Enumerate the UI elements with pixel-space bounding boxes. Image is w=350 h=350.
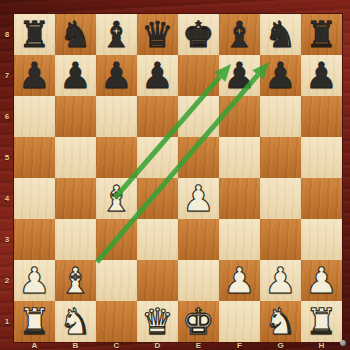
rank-label-5: 5 [0, 137, 14, 178]
square-h4[interactable] [301, 178, 342, 219]
square-b5[interactable] [55, 137, 96, 178]
square-c2[interactable] [96, 260, 137, 301]
piece-black-rook-h8[interactable]: ♜ [301, 14, 342, 55]
piece-black-pawn-d7[interactable]: ♟ [137, 55, 178, 96]
square-f8[interactable]: ♝ [219, 14, 260, 55]
square-d1[interactable]: ♛ [137, 301, 178, 342]
square-a2[interactable]: ♟ [14, 260, 55, 301]
square-h6[interactable] [301, 96, 342, 137]
piece-white-bishop-b2[interactable]: ♝ [55, 260, 96, 301]
square-a4[interactable] [14, 178, 55, 219]
square-f6[interactable] [219, 96, 260, 137]
piece-white-knight-g1[interactable]: ♞ [260, 301, 301, 342]
square-g1[interactable]: ♞ [260, 301, 301, 342]
square-e7[interactable] [178, 55, 219, 96]
piece-black-bishop-f8[interactable]: ♝ [219, 14, 260, 55]
square-a6[interactable] [14, 96, 55, 137]
piece-black-knight-g8[interactable]: ♞ [260, 14, 301, 55]
square-d3[interactable] [137, 219, 178, 260]
square-e1[interactable]: ♚ [178, 301, 219, 342]
piece-white-knight-b1[interactable]: ♞ [55, 301, 96, 342]
square-d6[interactable] [137, 96, 178, 137]
square-e3[interactable] [178, 219, 219, 260]
square-f7[interactable]: ♟ [219, 55, 260, 96]
square-b1[interactable]: ♞ [55, 301, 96, 342]
square-e5[interactable] [178, 137, 219, 178]
square-a8[interactable]: ♜ [14, 14, 55, 55]
square-a1[interactable]: ♜ [14, 301, 55, 342]
file-label-C: C [96, 341, 137, 350]
square-c4[interactable]: ♝ [96, 178, 137, 219]
square-f2[interactable]: ♟ [219, 260, 260, 301]
square-b2[interactable]: ♝ [55, 260, 96, 301]
square-c7[interactable]: ♟ [96, 55, 137, 96]
square-b8[interactable]: ♞ [55, 14, 96, 55]
file-label-A: A [14, 341, 55, 350]
piece-white-queen-d1[interactable]: ♛ [137, 301, 178, 342]
square-c8[interactable]: ♝ [96, 14, 137, 55]
piece-white-king-e1[interactable]: ♚ [178, 301, 219, 342]
square-c3[interactable] [96, 219, 137, 260]
piece-white-bishop-c4[interactable]: ♝ [96, 178, 137, 219]
piece-white-pawn-g2[interactable]: ♟ [260, 260, 301, 301]
file-label-H: H [301, 341, 342, 350]
piece-white-pawn-e4[interactable]: ♟ [178, 178, 219, 219]
square-g8[interactable]: ♞ [260, 14, 301, 55]
piece-black-pawn-f7[interactable]: ♟ [219, 55, 260, 96]
square-e2[interactable] [178, 260, 219, 301]
square-g2[interactable]: ♟ [260, 260, 301, 301]
chess-board: ♜♞♝♛♚♝♞♜♟♟♟♟♟♟♟♝♟♟♝♟♟♟♜♞♛♚♞♜ [14, 14, 342, 342]
square-d2[interactable] [137, 260, 178, 301]
square-h7[interactable]: ♟ [301, 55, 342, 96]
square-c1[interactable] [96, 301, 137, 342]
piece-black-rook-a8[interactable]: ♜ [14, 14, 55, 55]
piece-white-pawn-f2[interactable]: ♟ [219, 260, 260, 301]
piece-white-pawn-a2[interactable]: ♟ [14, 260, 55, 301]
rank-label-6: 6 [0, 96, 14, 137]
piece-black-pawn-a7[interactable]: ♟ [14, 55, 55, 96]
square-a5[interactable] [14, 137, 55, 178]
square-f1[interactable] [219, 301, 260, 342]
square-a3[interactable] [14, 219, 55, 260]
square-h5[interactable] [301, 137, 342, 178]
square-g7[interactable]: ♟ [260, 55, 301, 96]
square-d8[interactable]: ♛ [137, 14, 178, 55]
chess-board-frame: ♜♞♝♛♚♝♞♜♟♟♟♟♟♟♟♝♟♟♝♟♟♟♜♞♛♚♞♜ 87654321ABC… [0, 0, 350, 350]
piece-black-knight-b8[interactable]: ♞ [55, 14, 96, 55]
file-label-E: E [178, 341, 219, 350]
square-g3[interactable] [260, 219, 301, 260]
rank-label-8: 8 [0, 14, 14, 55]
square-f4[interactable] [219, 178, 260, 219]
square-f5[interactable] [219, 137, 260, 178]
square-e6[interactable] [178, 96, 219, 137]
square-b3[interactable] [55, 219, 96, 260]
file-label-B: B [55, 341, 96, 350]
file-label-F: F [219, 341, 260, 350]
rank-label-2: 2 [0, 260, 14, 301]
piece-black-queen-d8[interactable]: ♛ [137, 14, 178, 55]
square-e4[interactable]: ♟ [178, 178, 219, 219]
square-a7[interactable]: ♟ [14, 55, 55, 96]
square-b7[interactable]: ♟ [55, 55, 96, 96]
square-c5[interactable] [96, 137, 137, 178]
piece-black-pawn-h7[interactable]: ♟ [301, 55, 342, 96]
square-b6[interactable] [55, 96, 96, 137]
square-h8[interactable]: ♜ [301, 14, 342, 55]
file-label-G: G [260, 341, 301, 350]
rank-label-1: 1 [0, 301, 14, 342]
square-d7[interactable]: ♟ [137, 55, 178, 96]
square-h2[interactable]: ♟ [301, 260, 342, 301]
piece-black-pawn-b7[interactable]: ♟ [55, 55, 96, 96]
piece-black-king-e8[interactable]: ♚ [178, 14, 219, 55]
rank-label-3: 3 [0, 219, 14, 260]
square-d4[interactable] [137, 178, 178, 219]
piece-black-pawn-g7[interactable]: ♟ [260, 55, 301, 96]
rank-label-4: 4 [0, 178, 14, 219]
square-c6[interactable] [96, 96, 137, 137]
square-f3[interactable] [219, 219, 260, 260]
square-e8[interactable]: ♚ [178, 14, 219, 55]
rank-label-7: 7 [0, 55, 14, 96]
square-h1[interactable]: ♜ [301, 301, 342, 342]
square-g4[interactable] [260, 178, 301, 219]
piece-white-rook-a1[interactable]: ♜ [14, 301, 55, 342]
square-g6[interactable] [260, 96, 301, 137]
square-b4[interactable] [55, 178, 96, 219]
square-h3[interactable] [301, 219, 342, 260]
piece-black-pawn-c7[interactable]: ♟ [96, 55, 137, 96]
piece-white-rook-h1[interactable]: ♜ [301, 301, 342, 342]
square-d5[interactable] [137, 137, 178, 178]
piece-white-pawn-h2[interactable]: ♟ [301, 260, 342, 301]
file-label-D: D [137, 341, 178, 350]
square-g5[interactable] [260, 137, 301, 178]
piece-black-bishop-c8[interactable]: ♝ [96, 14, 137, 55]
